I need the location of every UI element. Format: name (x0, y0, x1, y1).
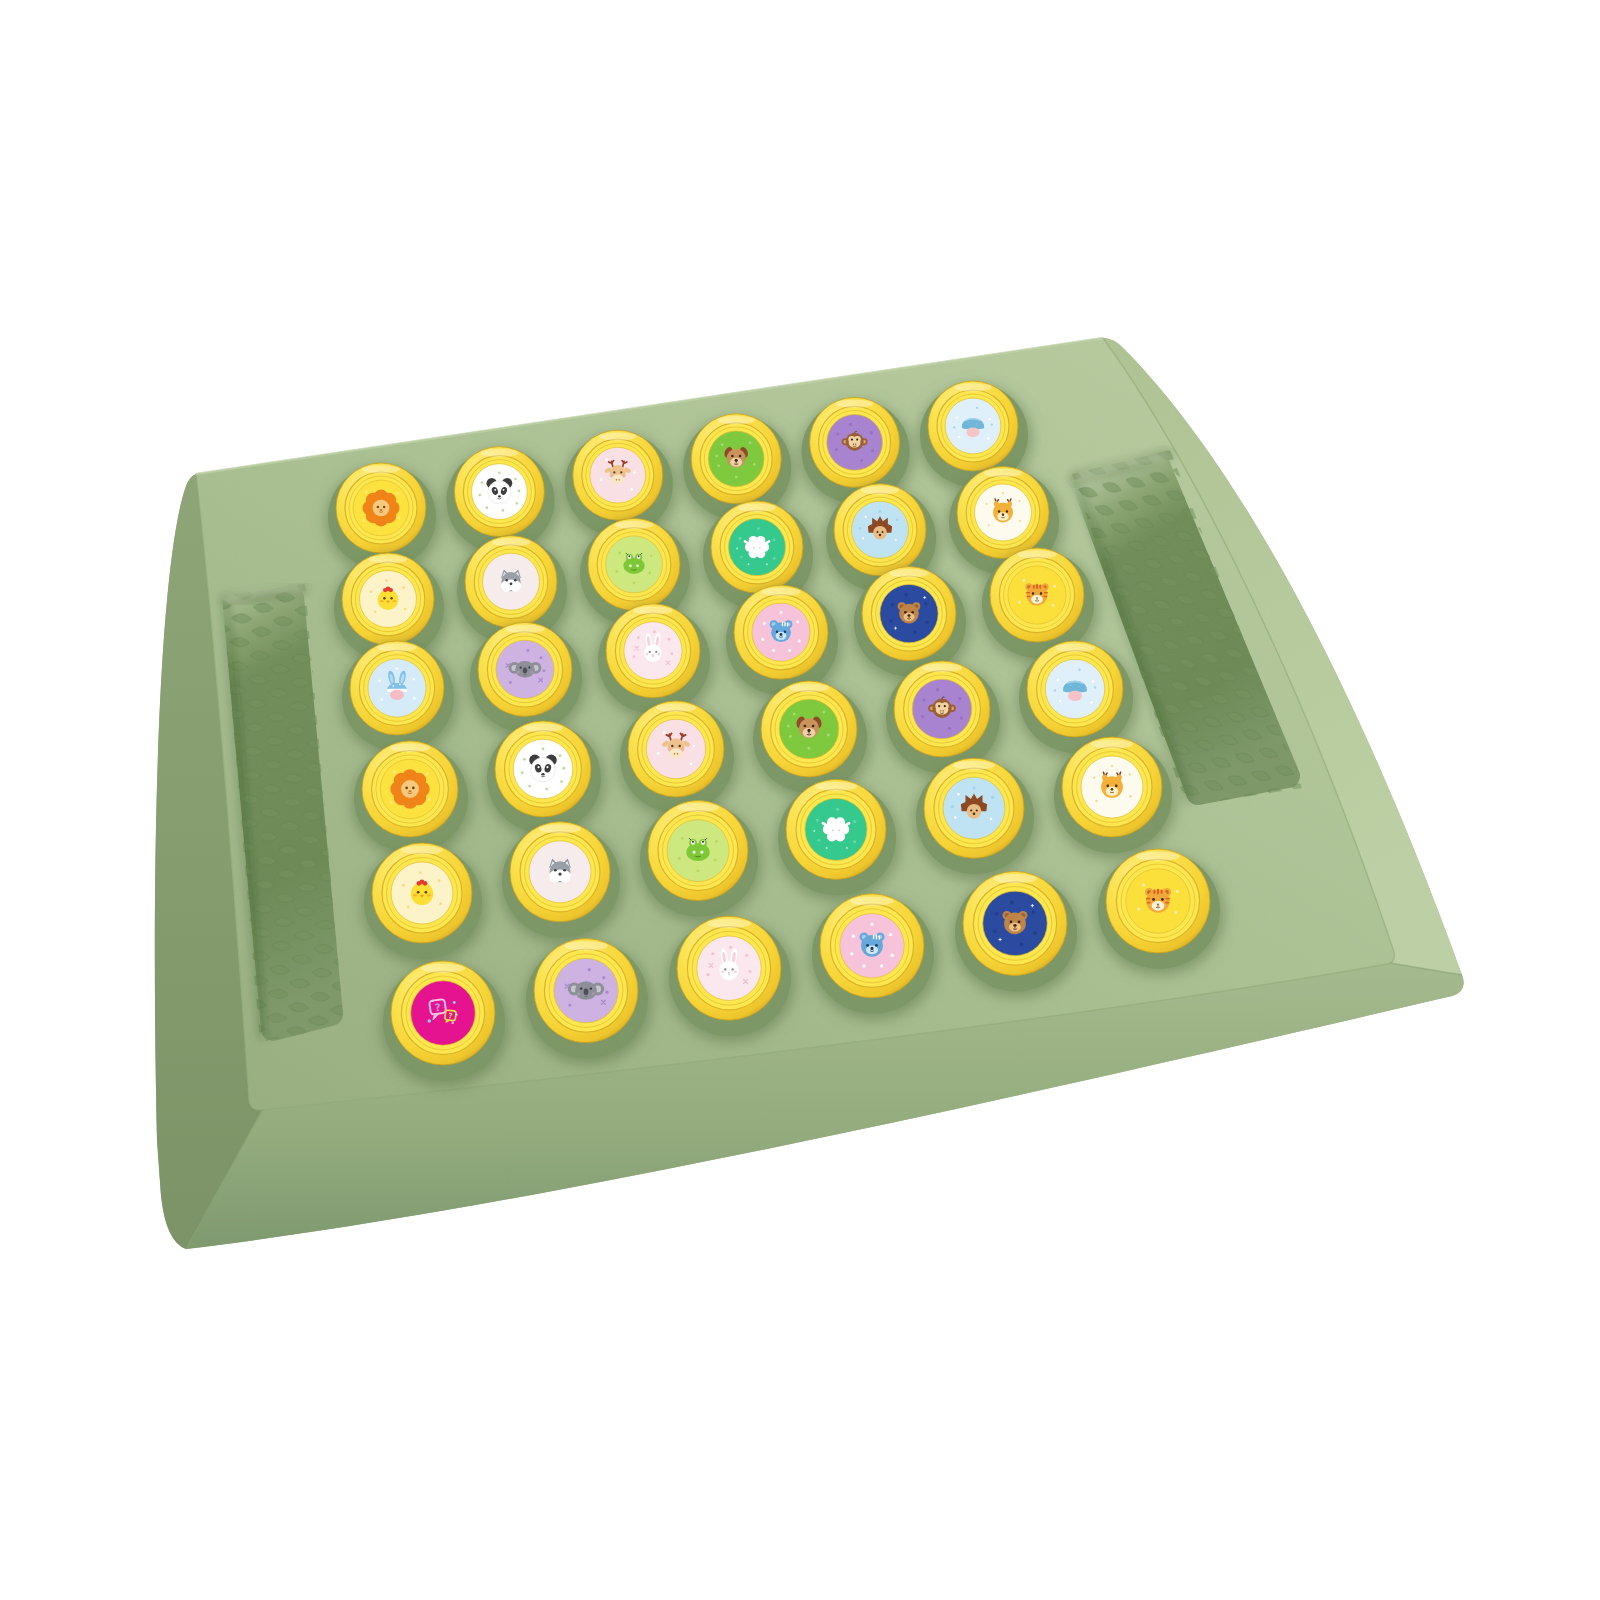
token-r3c5-bluegirl[interactable] (1027, 641, 1123, 737)
token-r1c1-fox[interactable] (465, 536, 557, 628)
token-r5c0-mystery[interactable]: ?? (391, 961, 495, 1065)
token-r5c4-brownbear[interactable] (963, 871, 1067, 975)
token-r1c2-frog[interactable] (588, 518, 680, 610)
token-r3c4-monkey[interactable] (894, 661, 990, 757)
token-gloss-highlight (953, 761, 995, 770)
token-gloss-highlight (677, 803, 719, 812)
token-gloss-highlight (615, 521, 654, 529)
token-r3c0-lion[interactable] (362, 741, 458, 837)
token-gloss-highlight (523, 723, 563, 732)
token-gloss-highlight (789, 683, 829, 692)
token-r2c3-bluebear[interactable] (734, 585, 828, 679)
token-gloss-highlight (954, 383, 992, 391)
token-gloss-highlight (421, 964, 465, 973)
token-r3c1-panda[interactable] (495, 721, 591, 817)
token-gloss-highlight (889, 569, 928, 577)
token-r2c1-koala[interactable] (478, 622, 572, 716)
token-gloss-highlight (656, 703, 696, 712)
token-gloss-highlight (861, 486, 900, 494)
token-gloss-highlight (761, 588, 800, 596)
token-r1c0-chick[interactable] (342, 553, 434, 645)
token-r5c3-bluebear[interactable] (820, 894, 924, 998)
token-r5c1-koala[interactable] (534, 939, 638, 1043)
token-gloss-highlight (599, 432, 637, 440)
token-r4c0-chick[interactable] (372, 843, 472, 943)
token-gloss-highlight (492, 538, 531, 546)
token-gloss-highlight (633, 606, 672, 614)
token-gloss-highlight (505, 625, 544, 633)
token-gloss-highlight (539, 824, 581, 833)
fox-icon (501, 570, 521, 592)
token-r2c2-rabbit[interactable] (606, 604, 700, 698)
token-r2c5-tiger[interactable] (990, 548, 1084, 642)
token-r5c5-tiger[interactable] (1106, 849, 1210, 953)
token-r4c4-hedgehog[interactable] (924, 758, 1024, 858)
token-gloss-highlight (481, 449, 519, 457)
fox-icon (549, 859, 571, 883)
token-gloss-highlight (564, 941, 608, 950)
token-r1c4-hedgehog[interactable] (834, 484, 926, 576)
token-r0c0-lion[interactable] (336, 463, 426, 553)
token-r4c3-sheep[interactable] (786, 779, 886, 879)
token-gloss-highlight (815, 782, 857, 791)
token-gloss-highlight (984, 469, 1023, 477)
token-gloss-highlight (390, 743, 430, 752)
token-gloss-highlight (738, 503, 777, 511)
token-gloss-highlight (377, 643, 416, 651)
token-r1c3-sheep[interactable] (711, 501, 803, 593)
token-r3c2-deer[interactable] (628, 701, 724, 797)
token-r0c1-panda[interactable] (454, 447, 544, 537)
token-gloss-highlight (1091, 740, 1133, 749)
token-r4c2-frog[interactable] (648, 801, 748, 901)
token-r2c4-brownbear[interactable] (862, 567, 956, 661)
token-gloss-highlight (369, 555, 408, 563)
token-r0c2-deer[interactable] (573, 430, 663, 520)
token-gloss-highlight (836, 400, 874, 408)
token-r2c0-bunnyhat[interactable] (350, 641, 444, 735)
token-gloss-highlight (993, 874, 1037, 883)
token-r3c3-dog[interactable] (761, 681, 857, 777)
token-r4c1-fox[interactable] (510, 822, 610, 922)
game-board-scene: ?? (0, 0, 1600, 1600)
board-photo: ?? (0, 0, 1600, 1600)
token-r0c3-dog[interactable] (691, 414, 781, 504)
token-r1c5-squirrel[interactable] (957, 467, 1049, 559)
token-gloss-highlight (362, 465, 400, 473)
token-gloss-highlight (1136, 852, 1180, 861)
token-gloss-highlight (401, 846, 443, 855)
token-r5c2-rabbit[interactable] (677, 916, 781, 1020)
token-r0c5-bluegirl[interactable] (928, 381, 1018, 471)
token-gloss-highlight (850, 896, 894, 905)
token-r4c5-squirrel[interactable] (1062, 737, 1162, 837)
token-gloss-highlight (1017, 550, 1056, 558)
token-r0c4-monkey[interactable] (810, 397, 900, 487)
token-gloss-highlight (707, 919, 751, 928)
token-gloss-highlight (922, 663, 962, 672)
token-gloss-highlight (1055, 643, 1095, 652)
token-gloss-highlight (717, 416, 755, 424)
